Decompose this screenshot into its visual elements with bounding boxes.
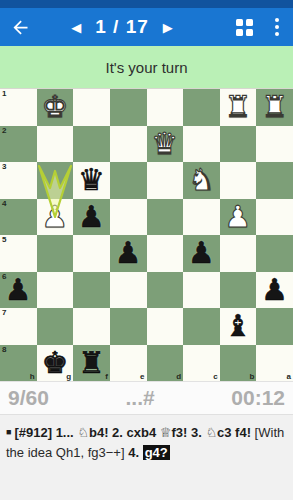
square-g2[interactable]: [37, 126, 74, 163]
android-status-bar: [0, 0, 293, 8]
app-bar: ◀ 1 / 17 ▶: [0, 8, 293, 46]
square-d8[interactable]: d: [147, 345, 184, 382]
square-h7[interactable]: 7: [0, 308, 37, 345]
square-b3[interactable]: [220, 162, 257, 199]
square-g6[interactable]: [37, 272, 74, 309]
square-f6[interactable]: [73, 272, 110, 309]
square-f5[interactable]: [73, 235, 110, 272]
rank-label-4: 4: [2, 199, 6, 208]
puzzle-navigation: ◀ 1 / 17 ▶: [69, 8, 175, 46]
square-c1[interactable]: [183, 89, 220, 126]
goal-indicator: ...#: [125, 386, 154, 410]
app-bar-actions: [227, 8, 293, 46]
square-c5[interactable]: ♟: [183, 235, 220, 272]
square-a5[interactable]: [256, 235, 293, 272]
square-h4[interactable]: 4: [0, 199, 37, 236]
black-queen[interactable]: ♛: [78, 165, 105, 195]
black-king[interactable]: ♚: [41, 348, 68, 378]
white-king[interactable]: ♚: [41, 92, 68, 122]
file-label-f: f: [105, 372, 108, 381]
notation-bullet-icon: ■: [6, 427, 11, 437]
turn-banner: It's your turn: [0, 46, 293, 88]
white-pawn[interactable]: ♟: [225, 202, 252, 232]
square-a6[interactable]: ♟: [256, 272, 293, 309]
square-d2[interactable]: ♛: [147, 126, 184, 163]
timer: 00:12: [231, 386, 285, 410]
square-h2[interactable]: 2: [0, 126, 37, 163]
square-e7[interactable]: [110, 308, 147, 345]
grid-view-icon: [236, 19, 253, 36]
white-rook[interactable]: ♜: [261, 92, 288, 122]
rank-label-7: 7: [2, 308, 6, 317]
chess-app-screen: ◀ 1 / 17 ▶ It's your turn 1♚♜♜2♛3♛♞4♟♟♟5…: [0, 0, 293, 500]
square-c6[interactable]: [183, 272, 220, 309]
square-d1[interactable]: [147, 89, 184, 126]
square-d4[interactable]: [147, 199, 184, 236]
move-notation-text: [#912] 1... ♘b4! 2. cxb4 ♕f3! 3. ♘c3 f4!…: [6, 425, 284, 460]
square-d7[interactable]: [147, 308, 184, 345]
square-a4[interactable]: [256, 199, 293, 236]
square-g1[interactable]: ♚: [37, 89, 74, 126]
square-g4[interactable]: ♟: [37, 199, 74, 236]
move-notation-panel: ■[#912] 1... ♘b4! 2. cxb4 ♕f3! 3. ♘c3 f4…: [0, 414, 293, 500]
square-f8[interactable]: f♜: [73, 345, 110, 382]
black-rook[interactable]: ♜: [78, 348, 105, 378]
arrow-back-icon: [10, 17, 31, 38]
black-pawn[interactable]: ♟: [78, 202, 105, 232]
file-label-g: g: [66, 372, 71, 381]
square-e8[interactable]: e: [110, 345, 147, 382]
black-bishop[interactable]: ♝: [225, 311, 252, 341]
white-pawn[interactable]: ♟: [41, 202, 68, 232]
square-g7[interactable]: [37, 308, 74, 345]
next-puzzle-icon[interactable]: ▶: [161, 17, 175, 38]
file-label-c: c: [213, 372, 217, 381]
prev-puzzle-icon[interactable]: ◀: [69, 17, 83, 38]
square-d5[interactable]: [147, 235, 184, 272]
square-c2[interactable]: [183, 126, 220, 163]
file-label-h: h: [30, 372, 35, 381]
white-knight[interactable]: ♞: [188, 165, 215, 195]
rank-label-8: 8: [2, 345, 6, 354]
rank-label-6: 6: [2, 272, 6, 281]
turn-banner-text: It's your turn: [105, 59, 187, 76]
square-e4[interactable]: [110, 199, 147, 236]
progress-counter: 9/60: [8, 386, 49, 410]
square-f7[interactable]: [73, 308, 110, 345]
square-g3[interactable]: [37, 162, 74, 199]
square-b7[interactable]: ♝: [220, 308, 257, 345]
square-c8[interactable]: c: [183, 345, 220, 382]
file-label-e: e: [140, 372, 144, 381]
square-g8[interactable]: g♚: [37, 345, 74, 382]
square-a1[interactable]: ♜: [256, 89, 293, 126]
rank-label-3: 3: [2, 162, 6, 171]
black-pawn[interactable]: ♟: [188, 238, 215, 268]
square-e1[interactable]: [110, 89, 147, 126]
square-h5[interactable]: 5: [0, 235, 37, 272]
rank-label-5: 5: [2, 235, 6, 244]
square-e5[interactable]: ♟: [110, 235, 147, 272]
square-e2[interactable]: [110, 126, 147, 163]
square-a2[interactable]: [256, 126, 293, 163]
square-e3[interactable]: [110, 162, 147, 199]
black-pawn[interactable]: ♟: [115, 238, 142, 268]
square-c4[interactable]: [183, 199, 220, 236]
notation-segment: [#912] 1... ♘b4! 2. cxb4 ♕f3! 3. ♘c3 f4!: [14, 425, 254, 440]
square-b6[interactable]: [220, 272, 257, 309]
overflow-menu-button[interactable]: [261, 8, 293, 46]
rank-label-1: 1: [2, 89, 6, 98]
square-g5[interactable]: [37, 235, 74, 272]
square-b4[interactable]: ♟: [220, 199, 257, 236]
square-a8[interactable]: a: [256, 345, 293, 382]
square-f3[interactable]: ♛: [73, 162, 110, 199]
rank-label-2: 2: [2, 126, 6, 135]
notation-segment: g4?: [143, 445, 170, 460]
notation-segment: 4.: [128, 445, 142, 460]
square-a3[interactable]: [256, 162, 293, 199]
back-button[interactable]: [0, 8, 40, 46]
square-h8[interactable]: 8h: [0, 345, 37, 382]
square-c7[interactable]: [183, 308, 220, 345]
square-h1[interactable]: 1: [0, 89, 37, 126]
puzzle-status-bar: 9/60 ...# 00:12: [0, 381, 293, 414]
chess-board[interactable]: 1♚♜♜2♛3♛♞4♟♟♟5♟♟6♟♟7♝8hg♚f♜edcba: [0, 89, 293, 381]
white-queen[interactable]: ♛: [151, 129, 178, 159]
square-b5[interactable]: [220, 235, 257, 272]
square-h3[interactable]: 3: [0, 162, 37, 199]
puzzle-list-button[interactable]: [227, 8, 261, 46]
file-label-d: d: [176, 372, 181, 381]
square-h6[interactable]: 6♟: [0, 272, 37, 309]
chess-board-container: 1♚♜♜2♛3♛♞4♟♟♟5♟♟6♟♟7♝8hg♚f♜edcba: [0, 88, 293, 381]
square-d6[interactable]: [147, 272, 184, 309]
puzzle-counter: 1 / 17: [95, 16, 149, 38]
square-b8[interactable]: b: [220, 345, 257, 382]
square-c3[interactable]: ♞: [183, 162, 220, 199]
black-pawn[interactable]: ♟: [261, 275, 288, 305]
white-rook[interactable]: ♜: [225, 92, 252, 122]
overflow-dots-icon: [275, 18, 279, 22]
square-a7[interactable]: [256, 308, 293, 345]
file-label-b: b: [249, 372, 254, 381]
square-f4[interactable]: ♟: [73, 199, 110, 236]
square-f2[interactable]: [73, 126, 110, 163]
square-b2[interactable]: [220, 126, 257, 163]
file-label-a: a: [287, 372, 291, 381]
square-b1[interactable]: ♜: [220, 89, 257, 126]
black-pawn[interactable]: ♟: [5, 275, 32, 305]
square-f1[interactable]: [73, 89, 110, 126]
square-e6[interactable]: [110, 272, 147, 309]
square-d3[interactable]: [147, 162, 184, 199]
